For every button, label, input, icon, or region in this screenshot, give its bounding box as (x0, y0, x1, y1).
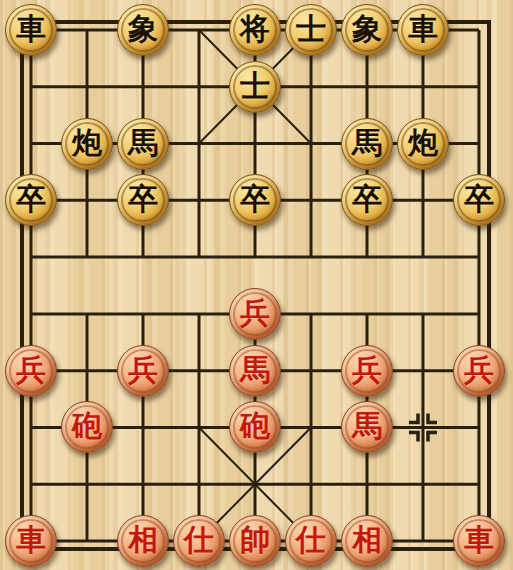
piece-black-soldier-i7[interactable]: 卒 (453, 174, 505, 226)
piece-black-horse-c8[interactable]: 馬 (117, 118, 169, 170)
piece-black-general-e10[interactable]: 将 (229, 4, 281, 56)
piece-red-horse-e4[interactable]: 馬 (229, 345, 281, 397)
piece-red-soldier-g4[interactable]: 兵 (341, 345, 393, 397)
piece-black-advisor-f10[interactable]: 士 (285, 4, 337, 56)
piece-black-cannon-h8[interactable]: 炮 (397, 118, 449, 170)
piece-glyph: 馬 (352, 128, 382, 158)
piece-black-horse-g8[interactable]: 馬 (341, 118, 393, 170)
piece-glyph: 卒 (352, 184, 382, 214)
piece-red-chariot-i1[interactable]: 車 (453, 515, 505, 567)
piece-black-elephant-c10[interactable]: 象 (117, 4, 169, 56)
piece-black-elephant-g10[interactable]: 象 (341, 4, 393, 56)
piece-glyph: 兵 (240, 298, 270, 328)
piece-red-cannon-e3[interactable]: 砲 (229, 401, 281, 453)
piece-red-soldier-a4[interactable]: 兵 (5, 345, 57, 397)
piece-glyph: 炮 (72, 128, 102, 158)
piece-glyph: 兵 (352, 355, 382, 385)
piece-glyph: 炮 (408, 128, 438, 158)
point-marker-h3 (409, 413, 418, 422)
piece-red-general-e1[interactable]: 帥 (229, 515, 281, 567)
piece-black-advisor-e9[interactable]: 士 (229, 61, 281, 113)
piece-red-elephant-g1[interactable]: 相 (341, 515, 393, 567)
piece-black-soldier-e7[interactable]: 卒 (229, 174, 281, 226)
piece-glyph: 卒 (464, 184, 494, 214)
piece-red-soldier-c4[interactable]: 兵 (117, 345, 169, 397)
piece-glyph: 相 (128, 525, 158, 555)
piece-black-chariot-h10[interactable]: 車 (397, 4, 449, 56)
piece-glyph: 馬 (240, 355, 270, 385)
piece-black-soldier-c7[interactable]: 卒 (117, 174, 169, 226)
piece-glyph: 兵 (464, 355, 494, 385)
piece-red-advisor-d1[interactable]: 仕 (173, 515, 225, 567)
piece-red-horse-g3[interactable]: 馬 (341, 401, 393, 453)
piece-glyph: 卒 (240, 184, 270, 214)
piece-glyph: 兵 (16, 355, 46, 385)
piece-glyph: 士 (240, 71, 270, 101)
piece-glyph: 象 (128, 14, 158, 44)
piece-glyph: 将 (240, 14, 270, 44)
piece-glyph: 車 (408, 14, 438, 44)
piece-red-chariot-a1[interactable]: 車 (5, 515, 57, 567)
piece-glyph: 車 (16, 525, 46, 555)
piece-red-cannon-b3[interactable]: 砲 (61, 401, 113, 453)
piece-red-soldier-i4[interactable]: 兵 (453, 345, 505, 397)
piece-black-cannon-b8[interactable]: 炮 (61, 118, 113, 170)
piece-glyph: 砲 (72, 411, 102, 441)
point-marker-h3 (409, 432, 418, 441)
piece-black-chariot-a10[interactable]: 車 (5, 4, 57, 56)
piece-glyph: 車 (464, 525, 494, 555)
point-marker-h3 (428, 432, 437, 441)
piece-glyph: 士 (296, 14, 326, 44)
piece-glyph: 仕 (184, 525, 214, 555)
piece-black-soldier-g7[interactable]: 卒 (341, 174, 393, 226)
piece-red-elephant-c1[interactable]: 相 (117, 515, 169, 567)
piece-glyph: 兵 (128, 355, 158, 385)
piece-red-soldier-e5[interactable]: 兵 (229, 288, 281, 340)
piece-glyph: 帥 (240, 525, 270, 555)
piece-black-soldier-a7[interactable]: 卒 (5, 174, 57, 226)
piece-glyph: 車 (16, 14, 46, 44)
xiangqi-board[interactable]: 車象将士象車士炮馬馬炮卒卒卒卒卒兵兵兵馬兵兵砲砲馬車相仕帥仕相車 (0, 0, 513, 570)
piece-glyph: 卒 (16, 184, 46, 214)
piece-glyph: 砲 (240, 411, 270, 441)
piece-glyph: 仕 (296, 525, 326, 555)
piece-glyph: 象 (352, 14, 382, 44)
piece-glyph: 馬 (128, 128, 158, 158)
point-marker-h3 (428, 413, 437, 422)
piece-glyph: 卒 (128, 184, 158, 214)
piece-glyph: 馬 (352, 411, 382, 441)
piece-glyph: 相 (352, 525, 382, 555)
piece-red-advisor-f1[interactable]: 仕 (285, 515, 337, 567)
